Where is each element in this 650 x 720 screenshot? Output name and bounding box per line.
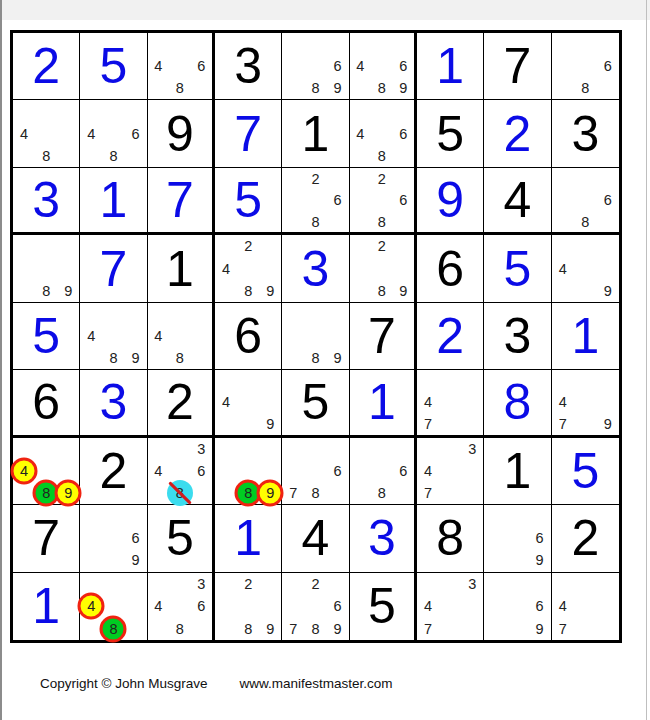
pencilmark-slot-4 xyxy=(350,257,371,279)
pencilmarks: 68 xyxy=(552,33,619,99)
cell-r3c1[interactable]: 3 xyxy=(13,168,80,235)
pencilmark-slot-7: 7 xyxy=(417,413,439,434)
entry-digit: 1 xyxy=(13,573,79,640)
pencilmark-slot-4: 4 xyxy=(417,460,439,482)
given-digit: 6 xyxy=(417,235,483,301)
pencilmark-slot-3 xyxy=(461,370,483,391)
cell-r4c2[interactable]: 7 xyxy=(80,235,147,302)
entry-digit: 1 xyxy=(417,33,483,99)
pencilmark-slot-6: 6 xyxy=(327,460,349,482)
entry-digit: 8 xyxy=(484,370,550,434)
pencilmark-slot-8: 8 xyxy=(169,77,190,99)
pencilmarks: 69 xyxy=(484,505,550,571)
pencilmark-slot-3 xyxy=(125,303,147,325)
cell-r9c7[interactable]: 347 xyxy=(417,573,484,640)
pencilmark-slot-9 xyxy=(597,211,619,232)
page-top-strip xyxy=(0,0,650,20)
cell-r8c7[interactable]: 8 xyxy=(417,505,484,572)
given-digit: 1 xyxy=(148,235,212,301)
pencilmark-slot-6 xyxy=(57,123,79,145)
candidate-9: 9 xyxy=(132,552,140,568)
pencilmark-slot-5 xyxy=(304,460,326,482)
pencilmark-slot-2 xyxy=(102,505,124,527)
candidate-2: 2 xyxy=(244,238,252,254)
candidate-6: 6 xyxy=(334,192,342,208)
pencilmark-slot-3 xyxy=(597,33,619,55)
given-digit: 6 xyxy=(215,303,281,369)
pencilmark-slot-4: 4 xyxy=(350,123,371,145)
given-digit: 2 xyxy=(552,505,619,571)
pencilmark-slot-6 xyxy=(125,595,147,617)
pencilmark-slot-5 xyxy=(102,527,124,549)
pencilmark-slot-3 xyxy=(597,235,619,257)
pencilmark-slot-6: 6 xyxy=(597,55,619,77)
pencilmark-slot-5 xyxy=(574,595,596,617)
pencilmark-slot-4: 4 xyxy=(148,595,169,617)
pencilmarks: 678 xyxy=(282,438,348,504)
cell-r8c3[interactable]: 5 xyxy=(148,505,215,572)
pencilmark-slot-6: 6 xyxy=(393,55,414,77)
pencilmark-slot-7 xyxy=(350,482,371,504)
cell-r3c5[interactable]: 268 xyxy=(282,168,349,235)
pencilmark-slot-9: 9 xyxy=(57,482,79,504)
pencilmark-slot-1 xyxy=(552,573,574,595)
pencilmark-slot-6: 6 xyxy=(393,123,414,145)
pencilmark-slot-5 xyxy=(304,55,326,77)
pencilmark-slot-3 xyxy=(327,168,349,189)
pencilmark-slot-6 xyxy=(597,392,619,413)
cell-r5c1[interactable]: 5 xyxy=(13,303,80,370)
pencilmark-slot-1 xyxy=(552,235,574,257)
candidate-4: 4 xyxy=(424,463,432,479)
given-digit: 5 xyxy=(148,505,212,571)
pencilmark-slot-1 xyxy=(282,33,304,55)
pencilmark-slot-1 xyxy=(13,235,35,257)
pencilmark-slot-2 xyxy=(102,303,124,325)
cell-r1c2[interactable]: 5 xyxy=(80,33,147,100)
cell-r2c5[interactable]: 1 xyxy=(282,100,349,167)
cell-r4c8[interactable]: 5 xyxy=(484,235,551,302)
pencilmark-slot-6 xyxy=(597,257,619,279)
pencilmark-slot-1 xyxy=(148,303,169,325)
cell-r5c2[interactable]: 489 xyxy=(80,303,147,370)
cell-r8c8[interactable]: 69 xyxy=(484,505,551,572)
cell-r9c4[interactable]: 289 xyxy=(215,573,282,640)
pencilmark-slot-5 xyxy=(574,189,596,210)
pencilmark-slot-2: 2 xyxy=(237,573,259,595)
cell-r4c5[interactable]: 3 xyxy=(282,235,349,302)
pencilmark-slot-9 xyxy=(393,211,414,232)
pencilmark-slot-7 xyxy=(282,347,304,369)
cell-r1c3[interactable]: 468 xyxy=(148,33,215,100)
cell-r7c4[interactable]: 89 xyxy=(215,438,282,505)
cell-r4c4[interactable]: 2489 xyxy=(215,235,282,302)
cell-r5c4[interactable]: 6 xyxy=(215,303,282,370)
cell-r9c3[interactable]: 3468 xyxy=(148,573,215,640)
pencilmark-slot-8: 8 xyxy=(304,211,326,232)
pencilmark-slot-6: 6 xyxy=(191,595,212,617)
candidate-8: 8 xyxy=(581,80,589,96)
pencilmark-slot-3 xyxy=(259,370,281,391)
cell-r1c4[interactable]: 3 xyxy=(215,33,282,100)
pencilmark-slot-7 xyxy=(215,280,237,302)
pencilmark-slot-2 xyxy=(35,100,57,122)
pencilmark-slot-4: 4 xyxy=(350,55,371,77)
pencilmark-slot-2 xyxy=(169,33,190,55)
cell-r4c3[interactable]: 1 xyxy=(148,235,215,302)
pencilmark-slot-6 xyxy=(259,595,281,617)
pencilmark-slot-8: 8 xyxy=(371,280,392,302)
pencilmark-slot-6: 6 xyxy=(529,527,551,549)
pencilmark-slot-7 xyxy=(484,618,506,640)
candidate-6: 6 xyxy=(604,58,612,74)
cell-r5c9[interactable]: 1 xyxy=(552,303,619,370)
pencilmark-slot-1 xyxy=(350,438,371,460)
candidate-8: 8 xyxy=(176,621,184,637)
pencilmark-slot-1 xyxy=(80,505,102,527)
cell-r8c1[interactable]: 7 xyxy=(13,505,80,572)
cell-r6c5[interactable]: 5 xyxy=(282,370,349,437)
pencilmark-slot-7 xyxy=(350,145,371,167)
pencilmark-slot-3: 3 xyxy=(191,438,212,460)
cell-r8c6[interactable]: 3 xyxy=(350,505,417,572)
pencilmark-slot-6: 6 xyxy=(327,189,349,210)
pencilmark-slot-4: 4 xyxy=(417,392,439,413)
page-left-edge-line xyxy=(0,0,2,720)
cell-r7c7[interactable]: 347 xyxy=(417,438,484,505)
given-digit: 5 xyxy=(282,370,348,434)
pencilmark-slot-1 xyxy=(417,573,439,595)
candidate-8: 8 xyxy=(378,80,386,96)
pencilmark-slot-1 xyxy=(80,100,102,122)
cell-r8c2[interactable]: 69 xyxy=(80,505,147,572)
cell-r6c6[interactable]: 1 xyxy=(350,370,417,437)
pencilmark-slot-8 xyxy=(237,413,259,434)
cell-r5c8[interactable]: 3 xyxy=(484,303,551,370)
cell-r2c3[interactable]: 9 xyxy=(148,100,215,167)
cell-r2c8[interactable]: 2 xyxy=(484,100,551,167)
pencilmark-slot-8: 8 xyxy=(371,77,392,99)
pencilmark-slot-3 xyxy=(259,438,281,460)
pencilmark-slot-1 xyxy=(148,573,169,595)
pencilmark-slot-8: 8 xyxy=(102,618,124,640)
pencilmarks: 89 xyxy=(13,235,79,301)
pencilmark-slot-2 xyxy=(237,370,259,391)
pencilmark-slot-6: 6 xyxy=(393,460,414,482)
candidate-6: 6 xyxy=(399,192,407,208)
candidate-7: 7 xyxy=(289,485,297,501)
cell-r1c6[interactable]: 4689 xyxy=(350,33,417,100)
candidate-4: 4 xyxy=(559,261,567,277)
cell-r6c7[interactable]: 47 xyxy=(417,370,484,437)
pencilmark-slot-7 xyxy=(148,618,169,640)
pencilmark-slot-7 xyxy=(552,280,574,302)
cell-r6c4[interactable]: 49 xyxy=(215,370,282,437)
candidate-6: 6 xyxy=(132,126,140,142)
pencilmark-slot-7 xyxy=(13,280,35,302)
cell-r6c3[interactable]: 2 xyxy=(148,370,215,437)
pencilmark-slot-8 xyxy=(574,280,596,302)
pencilmark-slot-5 xyxy=(439,392,461,413)
pencilmark-slot-5 xyxy=(304,595,326,617)
pencilmark-slot-3 xyxy=(597,168,619,189)
cell-r4c9[interactable]: 49 xyxy=(552,235,619,302)
candidate-4: 4 xyxy=(356,58,364,74)
pencilmark-slot-8: 8 xyxy=(237,280,259,302)
pencilmark-slot-9: 9 xyxy=(327,347,349,369)
candidate-7: 7 xyxy=(559,621,567,637)
candidate-6: 6 xyxy=(334,463,342,479)
pencilmark-slot-2: 2 xyxy=(304,573,326,595)
pencilmark-slot-6 xyxy=(125,325,147,347)
pencilmark-slot-6 xyxy=(597,595,619,617)
pencilmark-slot-9 xyxy=(597,618,619,640)
cell-r7c6[interactable]: 68 xyxy=(350,438,417,505)
cell-r5c3[interactable]: 48 xyxy=(148,303,215,370)
pencilmark-slot-3 xyxy=(393,168,414,189)
pencilmark-slot-2 xyxy=(102,100,124,122)
pencilmark-slot-6: 6 xyxy=(597,189,619,210)
pencilmark-slot-3 xyxy=(393,438,414,460)
pencilmark-slot-2 xyxy=(574,168,596,189)
pencilmark-slot-8 xyxy=(506,549,528,571)
cell-r7c5[interactable]: 678 xyxy=(282,438,349,505)
pencilmark-slot-3 xyxy=(259,235,281,257)
cell-r5c6[interactable]: 7 xyxy=(350,303,417,370)
cell-r1c5[interactable]: 689 xyxy=(282,33,349,100)
pencilmark-slot-9 xyxy=(461,618,483,640)
pencilmark-slot-3 xyxy=(597,370,619,391)
cell-r3c8[interactable]: 4 xyxy=(484,168,551,235)
candidate-8: 8 xyxy=(109,148,117,164)
candidate-4: 4 xyxy=(222,394,230,410)
pencilmarks: 347 xyxy=(417,438,483,504)
cell-r9c1[interactable]: 1 xyxy=(13,573,80,640)
pencilmark-slot-8: 8 xyxy=(371,211,392,232)
pencilmark-slot-4 xyxy=(282,55,304,77)
candidate-2: 2 xyxy=(378,238,386,254)
pencilmark-slot-8: 8 xyxy=(169,347,190,369)
given-digit: 3 xyxy=(484,303,550,369)
entry-digit: 7 xyxy=(80,235,146,301)
cell-r9c6[interactable]: 5 xyxy=(350,573,417,640)
candidate-8: 8 xyxy=(244,621,252,637)
pencilmark-slot-2 xyxy=(439,573,461,595)
cell-r7c8[interactable]: 1 xyxy=(484,438,551,505)
entry-digit: 2 xyxy=(484,100,550,166)
pencilmark-slot-8: 8 xyxy=(102,145,124,167)
cell-r6c1[interactable]: 6 xyxy=(13,370,80,437)
given-digit: 7 xyxy=(484,33,550,99)
cell-r6c8[interactable]: 8 xyxy=(484,370,551,437)
cell-r2c9[interactable]: 3 xyxy=(552,100,619,167)
pencilmark-slot-9 xyxy=(191,347,212,369)
pencilmark-slot-8: 8 xyxy=(574,211,596,232)
pencilmark-slot-6: 6 xyxy=(327,595,349,617)
pencilmark-slot-4: 4 xyxy=(80,123,102,145)
pencilmark-slot-2: 2 xyxy=(237,235,259,257)
cell-r2c6[interactable]: 468 xyxy=(350,100,417,167)
candidate-8: 8 xyxy=(311,350,319,366)
pencilmark-slot-6 xyxy=(259,257,281,279)
cell-r1c9[interactable]: 68 xyxy=(552,33,619,100)
cell-r9c9[interactable]: 47 xyxy=(552,573,619,640)
cell-r3c3[interactable]: 7 xyxy=(148,168,215,235)
pencilmark-slot-7 xyxy=(350,211,371,232)
cell-r9c8[interactable]: 69 xyxy=(484,573,551,640)
cell-r9c2[interactable]: 48 xyxy=(80,573,147,640)
candidate-8: 8 xyxy=(378,283,386,299)
pencilmark-slot-6: 6 xyxy=(125,123,147,145)
pencilmark-slot-5 xyxy=(371,189,392,210)
pencilmark-slot-1 xyxy=(484,505,506,527)
pencilmark-slot-5 xyxy=(371,460,392,482)
cell-r7c1[interactable]: 489 xyxy=(13,438,80,505)
candidate-4: 4 xyxy=(87,126,95,142)
candidate-6: 6 xyxy=(536,530,544,546)
candidate-9: 9 xyxy=(64,485,72,501)
pencilmarks: 268 xyxy=(350,168,414,232)
pencilmark-slot-9 xyxy=(393,145,414,167)
pencilmark-slot-5 xyxy=(304,189,326,210)
pencilmark-slot-1 xyxy=(282,168,304,189)
given-digit: 3 xyxy=(552,100,619,166)
pencilmark-slot-7 xyxy=(282,77,304,99)
pencilmark-slot-3 xyxy=(393,100,414,122)
candidate-9: 9 xyxy=(536,552,544,568)
candidate-6: 6 xyxy=(604,192,612,208)
pencilmark-slot-9: 9 xyxy=(597,413,619,434)
cell-r5c5[interactable]: 89 xyxy=(282,303,349,370)
cell-r3c7[interactable]: 9 xyxy=(417,168,484,235)
entry-digit: 3 xyxy=(282,235,348,301)
candidate-4: 4 xyxy=(154,598,162,614)
pencilmark-slot-7 xyxy=(215,413,237,434)
pencilmark-slot-6: 6 xyxy=(393,189,414,210)
candidate-9: 9 xyxy=(266,621,274,637)
cell-r4c7[interactable]: 6 xyxy=(417,235,484,302)
candidate-4: 4 xyxy=(87,598,95,614)
pencilmark-slot-5 xyxy=(371,123,392,145)
pencilmarks: 47 xyxy=(552,573,619,640)
pencilmark-slot-2 xyxy=(574,235,596,257)
pencilmark-slot-4 xyxy=(282,189,304,210)
entry-digit: 5 xyxy=(484,235,550,301)
cell-r8c4[interactable]: 1 xyxy=(215,505,282,572)
pencilmark-slot-1 xyxy=(282,303,304,325)
cell-r2c4[interactable]: 7 xyxy=(215,100,282,167)
pencilmark-slot-5 xyxy=(574,392,596,413)
pencilmark-slot-3 xyxy=(393,235,414,257)
pencilmark-slot-1 xyxy=(282,438,304,460)
candidate-9: 9 xyxy=(266,416,274,432)
pencilmark-slot-7 xyxy=(80,549,102,571)
pencilmark-slot-8: 8 xyxy=(304,77,326,99)
candidate-3: 3 xyxy=(197,576,205,592)
pencilmark-slot-5 xyxy=(506,595,528,617)
cell-r7c3[interactable]: 3468 xyxy=(148,438,215,505)
entry-digit: 3 xyxy=(80,370,146,434)
pencilmark-slot-5 xyxy=(169,55,190,77)
cell-r1c7[interactable]: 1 xyxy=(417,33,484,100)
candidate-6: 6 xyxy=(132,530,140,546)
pencilmark-slot-9 xyxy=(597,77,619,99)
pencilmark-slot-9: 9 xyxy=(529,618,551,640)
pencilmark-slot-3 xyxy=(529,573,551,595)
given-digit: 8 xyxy=(417,505,483,571)
candidate-4: 4 xyxy=(222,261,230,277)
pencilmark-slot-1 xyxy=(148,33,169,55)
pencilmark-slot-8: 8 xyxy=(574,77,596,99)
pencilmark-slot-1 xyxy=(552,370,574,391)
pencilmark-slot-1 xyxy=(417,370,439,391)
cell-r3c2[interactable]: 1 xyxy=(80,168,147,235)
pencilmarks: 49 xyxy=(552,235,619,301)
pencilmarks: 89 xyxy=(282,303,348,369)
cell-r7c9[interactable]: 5 xyxy=(552,438,619,505)
candidate-4: 4 xyxy=(559,598,567,614)
cell-r2c7[interactable]: 5 xyxy=(417,100,484,167)
pencilmark-slot-2: 2 xyxy=(304,168,326,189)
cell-r4c1[interactable]: 89 xyxy=(13,235,80,302)
pencilmark-slot-6: 6 xyxy=(327,55,349,77)
cell-r2c2[interactable]: 468 xyxy=(80,100,147,167)
cell-r6c9[interactable]: 479 xyxy=(552,370,619,437)
copyright-text: Copyright © John Musgrave xyxy=(40,676,208,691)
pencilmark-slot-1 xyxy=(148,438,169,460)
website-link[interactable]: www.manifestmaster.com xyxy=(240,676,393,691)
cell-r7c2[interactable]: 2 xyxy=(80,438,147,505)
cell-r1c1[interactable]: 2 xyxy=(13,33,80,100)
pencilmark-slot-3 xyxy=(327,303,349,325)
cell-r8c9[interactable]: 2 xyxy=(552,505,619,572)
pencilmark-slot-2: 2 xyxy=(371,235,392,257)
pencilmark-slot-9: 9 xyxy=(259,413,281,434)
pencilmark-slot-9 xyxy=(125,145,147,167)
cell-r6c2[interactable]: 3 xyxy=(80,370,147,437)
pencilmark-slot-1 xyxy=(417,438,439,460)
candidate-4: 4 xyxy=(424,394,432,410)
pencilmark-slot-3 xyxy=(57,100,79,122)
pencilmark-slot-4: 4 xyxy=(417,595,439,617)
pencilmark-slot-2 xyxy=(506,573,528,595)
cell-r9c5[interactable]: 26789 xyxy=(282,573,349,640)
pencilmark-slot-2 xyxy=(304,303,326,325)
pencilmarks: 289 xyxy=(350,235,414,301)
pencilmark-slot-7 xyxy=(80,347,102,369)
pencilmark-slot-2 xyxy=(169,303,190,325)
pencilmark-slot-5 xyxy=(439,460,461,482)
cell-r3c4[interactable]: 5 xyxy=(215,168,282,235)
cell-r2c1[interactable]: 48 xyxy=(13,100,80,167)
candidate-8: 8 xyxy=(109,621,117,637)
cell-r3c9[interactable]: 68 xyxy=(552,168,619,235)
pencilmark-slot-5 xyxy=(304,325,326,347)
pencilmark-slot-5 xyxy=(237,257,259,279)
pencilmark-slot-7: 7 xyxy=(552,413,574,434)
pencilmark-slot-2 xyxy=(371,33,392,55)
cell-r8c5[interactable]: 4 xyxy=(282,505,349,572)
candidate-8: 8 xyxy=(176,350,184,366)
candidate-9: 9 xyxy=(399,80,407,96)
cell-r3c6[interactable]: 268 xyxy=(350,168,417,235)
cell-r4c6[interactable]: 289 xyxy=(350,235,417,302)
candidate-8: 8 xyxy=(42,148,50,164)
cell-r1c8[interactable]: 7 xyxy=(484,33,551,100)
pencilmark-slot-5 xyxy=(371,55,392,77)
pencilmark-slot-7 xyxy=(282,211,304,232)
cell-r5c7[interactable]: 2 xyxy=(417,303,484,370)
